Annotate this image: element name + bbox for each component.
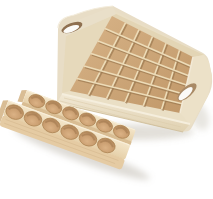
product-photo: Unfinished pine-wood essential-oil stora…	[0, 0, 213, 199]
product-photo-canvas	[0, 0, 213, 199]
